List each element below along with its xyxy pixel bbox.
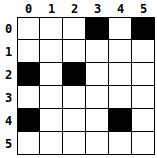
cell-r2-c0[interactable] bbox=[17, 63, 40, 86]
col-label-1: 1 bbox=[40, 0, 63, 17]
cell-r3-c0[interactable] bbox=[17, 86, 40, 109]
cell-r4-c1[interactable] bbox=[40, 109, 63, 132]
cell-r4-c4[interactable] bbox=[109, 109, 132, 132]
cell-r0-c3[interactable] bbox=[86, 17, 109, 40]
cell-r2-c1[interactable] bbox=[40, 63, 63, 86]
cell-r4-c5[interactable] bbox=[132, 109, 155, 132]
cell-r1-c4[interactable] bbox=[109, 40, 132, 63]
cell-r4-c3[interactable] bbox=[86, 109, 109, 132]
cell-r1-c1[interactable] bbox=[40, 40, 63, 63]
cell-r5-c2[interactable] bbox=[63, 132, 86, 155]
cell-r2-c2[interactable] bbox=[63, 63, 86, 86]
col-label-5: 5 bbox=[132, 0, 155, 17]
cell-r1-c5[interactable] bbox=[132, 40, 155, 63]
row-label-0: 0 bbox=[0, 17, 17, 40]
cell-r1-c3[interactable] bbox=[86, 40, 109, 63]
cell-r5-c3[interactable] bbox=[86, 132, 109, 155]
col-label-0: 0 bbox=[17, 0, 40, 17]
col-label-3: 3 bbox=[86, 0, 109, 17]
cell-r0-c2[interactable] bbox=[63, 17, 86, 40]
cell-r3-c5[interactable] bbox=[132, 86, 155, 109]
cell-r3-c2[interactable] bbox=[63, 86, 86, 109]
col-label-2: 2 bbox=[63, 0, 86, 17]
cell-r2-c5[interactable] bbox=[132, 63, 155, 86]
cell-r1-c0[interactable] bbox=[17, 40, 40, 63]
cell-r5-c5[interactable] bbox=[132, 132, 155, 155]
cell-r0-c0[interactable] bbox=[17, 17, 40, 40]
cell-r1-c2[interactable] bbox=[63, 40, 86, 63]
cell-r5-c0[interactable] bbox=[17, 132, 40, 155]
row-label-3: 3 bbox=[0, 86, 17, 109]
col-label-4: 4 bbox=[109, 0, 132, 17]
cell-r4-c2[interactable] bbox=[63, 109, 86, 132]
cell-r5-c4[interactable] bbox=[109, 132, 132, 155]
cell-r5-c1[interactable] bbox=[40, 132, 63, 155]
puzzle-board: 012345012345 bbox=[0, 0, 155, 155]
cell-r3-c1[interactable] bbox=[40, 86, 63, 109]
row-label-1: 1 bbox=[0, 40, 17, 63]
row-label-5: 5 bbox=[0, 132, 17, 155]
cell-r0-c1[interactable] bbox=[40, 17, 63, 40]
corner-spacer bbox=[0, 0, 17, 17]
cell-r2-c4[interactable] bbox=[109, 63, 132, 86]
row-label-4: 4 bbox=[0, 109, 17, 132]
cell-r0-c4[interactable] bbox=[109, 17, 132, 40]
puzzle-screen: 012345012345 bbox=[0, 0, 157, 158]
cell-r2-c3[interactable] bbox=[86, 63, 109, 86]
cell-r3-c3[interactable] bbox=[86, 86, 109, 109]
cell-r4-c0[interactable] bbox=[17, 109, 40, 132]
cell-r0-c5[interactable] bbox=[132, 17, 155, 40]
row-label-2: 2 bbox=[0, 63, 17, 86]
cell-r3-c4[interactable] bbox=[109, 86, 132, 109]
